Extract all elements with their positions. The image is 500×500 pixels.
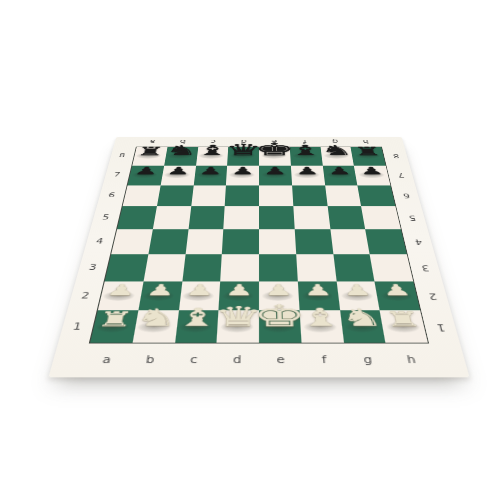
square-a2	[98, 281, 144, 310]
file-label-bottom-f: f	[302, 353, 347, 367]
square-c4	[185, 229, 223, 254]
piece-shadow-g8	[324, 153, 349, 159]
square-e1	[259, 310, 301, 342]
square-g4	[330, 229, 370, 254]
piece-shadow-f8	[293, 153, 318, 159]
rank-label-right-7: 7	[390, 171, 413, 179]
square-b3	[143, 254, 185, 281]
piece-shadow-h8	[355, 153, 381, 159]
rank-label-left-6: 6	[100, 191, 124, 199]
square-b6	[157, 185, 194, 206]
file-label-top-d: d	[228, 138, 259, 145]
square-a4	[111, 229, 152, 254]
square-b1	[132, 310, 178, 342]
file-label-top-c: c	[198, 138, 229, 145]
file-label-top-f: f	[289, 138, 320, 145]
vinyl-mat: 8877665544332211aabbccddeeffgghh ♜♞♝♛♚♝♞…	[48, 137, 469, 377]
piece-shadow-a7	[131, 172, 158, 179]
square-c1	[175, 310, 219, 342]
rank-label-right-8: 8	[385, 152, 407, 159]
rank-label-right-1: 1	[426, 321, 456, 334]
square-h5	[361, 206, 401, 229]
square-f2	[298, 281, 340, 310]
square-c6	[191, 185, 226, 206]
file-label-bottom-g: g	[345, 353, 391, 367]
file-label-bottom-h: h	[388, 353, 434, 367]
piece-shadow-b7	[164, 172, 190, 179]
square-a5	[117, 206, 157, 229]
square-h6	[358, 185, 396, 206]
piece-shadow-d7	[229, 172, 254, 179]
chess-set-product-photo: 8877665544332211aabbccddeeffgghh ♜♞♝♛♚♝♞…	[0, 0, 500, 500]
piece-shadow-h7	[358, 172, 385, 179]
rank-label-right-2: 2	[419, 290, 447, 302]
square-d6	[225, 185, 259, 206]
rank-label-left-5: 5	[93, 213, 118, 222]
square-f3	[296, 254, 336, 281]
file-label-bottom-c: c	[171, 353, 216, 367]
square-e6	[259, 185, 293, 206]
square-h1	[380, 310, 428, 342]
square-h3	[370, 254, 413, 281]
square-b5	[153, 206, 191, 229]
square-e2	[259, 281, 299, 310]
square-e4	[259, 229, 296, 254]
square-g3	[333, 254, 375, 281]
rank-label-right-4: 4	[406, 237, 432, 247]
square-g5	[327, 206, 365, 229]
rank-label-left-1: 1	[62, 321, 92, 334]
square-c2	[178, 281, 220, 310]
square-d1	[217, 310, 259, 342]
rank-label-left-4: 4	[87, 237, 113, 247]
square-d3	[220, 254, 259, 281]
square-f5	[293, 206, 330, 229]
rank-label-right-3: 3	[412, 262, 439, 273]
square-h2	[375, 281, 421, 310]
square-b4	[148, 229, 188, 254]
file-label-bottom-b: b	[127, 353, 173, 367]
piece-shadow-c7	[196, 172, 222, 179]
piece-shadow-g7	[326, 172, 352, 179]
file-label-bottom-e: e	[259, 353, 303, 367]
piece-shadow-f7	[294, 172, 320, 179]
square-f4	[294, 229, 332, 254]
square-d2	[219, 281, 259, 310]
square-a6	[123, 185, 161, 206]
file-label-top-g: g	[319, 138, 350, 145]
square-h4	[365, 229, 406, 254]
chessboard-scene: 8877665544332211aabbccddeeffgghh ♜♞♝♛♚♝♞…	[89, 63, 429, 405]
file-label-top-a: a	[136, 138, 168, 145]
square-g1	[340, 310, 386, 342]
rank-label-left-7: 7	[106, 171, 129, 179]
square-b2	[138, 281, 182, 310]
rank-label-right-5: 5	[400, 213, 425, 222]
square-d4	[222, 229, 259, 254]
square-a3	[105, 254, 148, 281]
square-g2	[336, 281, 380, 310]
square-c3	[182, 254, 222, 281]
square-e5	[259, 206, 294, 229]
rank-label-left-2: 2	[71, 290, 99, 302]
square-g6	[325, 185, 362, 206]
square-d5	[224, 206, 259, 229]
square-f6	[292, 185, 327, 206]
rank-label-right-6: 6	[395, 191, 419, 199]
square-a1	[90, 310, 138, 342]
square-f1	[299, 310, 343, 342]
square-c5	[188, 206, 225, 229]
file-label-top-b: b	[167, 138, 198, 145]
piece-shadow-e8	[262, 153, 287, 159]
square-e3	[259, 254, 298, 281]
piece-shadow-e7	[262, 172, 287, 179]
piece-shadow-d8	[230, 153, 255, 159]
file-label-top-e: e	[259, 138, 290, 145]
file-label-bottom-a: a	[83, 353, 129, 367]
rank-label-left-8: 8	[111, 152, 133, 159]
file-label-top-h: h	[350, 138, 382, 145]
rank-label-left-3: 3	[79, 262, 106, 273]
file-label-bottom-d: d	[215, 353, 259, 367]
